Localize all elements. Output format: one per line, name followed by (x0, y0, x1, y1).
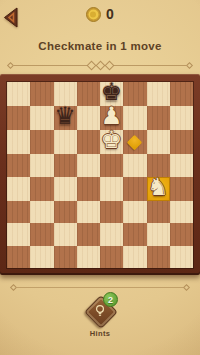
square-h5[interactable] (170, 154, 193, 177)
square-a3[interactable] (7, 201, 30, 224)
square-d3[interactable] (77, 201, 100, 224)
square-f8[interactable] (123, 82, 146, 106)
square-b2[interactable] (30, 223, 53, 246)
bottom-divider (10, 284, 190, 291)
board-frame: ♚♛♟♚♞ (0, 74, 200, 275)
hint-move-marker (127, 134, 143, 150)
square-g5[interactable] (147, 154, 170, 177)
square-h4[interactable] (170, 177, 193, 201)
square-c2[interactable] (54, 223, 77, 246)
square-h2[interactable] (170, 223, 193, 246)
square-f6[interactable] (123, 130, 146, 154)
square-e6[interactable]: ♚ (100, 130, 123, 154)
square-c8[interactable] (54, 82, 77, 106)
coin-count: 0 (106, 6, 114, 22)
black-queen: ♛ (54, 104, 76, 128)
square-c6[interactable] (54, 130, 77, 154)
square-d2[interactable] (77, 223, 100, 246)
square-c3[interactable] (54, 201, 77, 224)
hints-label: Hints (90, 329, 111, 338)
top-bar: 0 (0, 0, 200, 30)
white-knight: ♞ (147, 175, 169, 199)
hints-area: 2 Hints (0, 294, 200, 338)
black-king: ♚ (101, 80, 123, 104)
square-b8[interactable] (30, 82, 53, 106)
square-a4[interactable] (7, 177, 30, 201)
square-g3[interactable] (147, 201, 170, 224)
square-e2[interactable] (100, 223, 123, 246)
square-f4[interactable] (123, 177, 146, 201)
square-g7[interactable] (147, 106, 170, 130)
square-f2[interactable] (123, 223, 146, 246)
square-b1[interactable] (30, 246, 53, 269)
ornament-divider (7, 61, 193, 70)
square-f7[interactable] (123, 106, 146, 130)
square-d1[interactable] (77, 246, 100, 269)
hints-button[interactable]: 2 (83, 294, 117, 328)
square-f5[interactable] (123, 154, 146, 177)
coin-counter: 0 (0, 6, 200, 22)
puzzle-title: Checkmate in 1 move (0, 40, 200, 52)
square-g2[interactable] (147, 223, 170, 246)
square-d7[interactable] (77, 106, 100, 130)
square-f1[interactable] (123, 246, 146, 269)
square-a8[interactable] (7, 82, 30, 106)
square-e1[interactable] (100, 246, 123, 269)
chess-board[interactable]: ♚♛♟♚♞ (7, 82, 193, 268)
square-f3[interactable] (123, 201, 146, 224)
white-king: ♚ (101, 128, 123, 152)
hints-count-badge: 2 (103, 292, 118, 307)
square-h7[interactable] (170, 106, 193, 130)
square-d8[interactable] (77, 82, 100, 106)
square-h8[interactable] (170, 82, 193, 106)
square-c5[interactable] (54, 154, 77, 177)
square-d4[interactable] (77, 177, 100, 201)
white-pawn: ♟ (101, 104, 123, 128)
square-g4[interactable]: ♞ (147, 177, 170, 201)
square-h3[interactable] (170, 201, 193, 224)
square-g1[interactable] (147, 246, 170, 269)
square-a7[interactable] (7, 106, 30, 130)
square-a6[interactable] (7, 130, 30, 154)
square-b7[interactable] (30, 106, 53, 130)
square-e3[interactable] (100, 201, 123, 224)
square-b6[interactable] (30, 130, 53, 154)
square-g6[interactable] (147, 130, 170, 154)
coin-icon (86, 7, 101, 22)
puzzle-screen: 0 Checkmate in 1 move ♚♛♟♚♞ 2 Hints (0, 0, 200, 355)
square-h6[interactable] (170, 130, 193, 154)
lightbulb-icon (94, 304, 106, 318)
square-a2[interactable] (7, 223, 30, 246)
square-b5[interactable] (30, 154, 53, 177)
square-c4[interactable] (54, 177, 77, 201)
square-a1[interactable] (7, 246, 30, 269)
square-c7[interactable]: ♛ (54, 106, 77, 130)
square-d5[interactable] (77, 154, 100, 177)
square-g8[interactable] (147, 82, 170, 106)
square-h1[interactable] (170, 246, 193, 269)
square-e4[interactable] (100, 177, 123, 201)
square-e7[interactable]: ♟ (100, 106, 123, 130)
square-c1[interactable] (54, 246, 77, 269)
square-e5[interactable] (100, 154, 123, 177)
square-e8[interactable]: ♚ (100, 82, 123, 106)
square-b3[interactable] (30, 201, 53, 224)
square-b4[interactable] (30, 177, 53, 201)
square-d6[interactable] (77, 130, 100, 154)
square-a5[interactable] (7, 154, 30, 177)
